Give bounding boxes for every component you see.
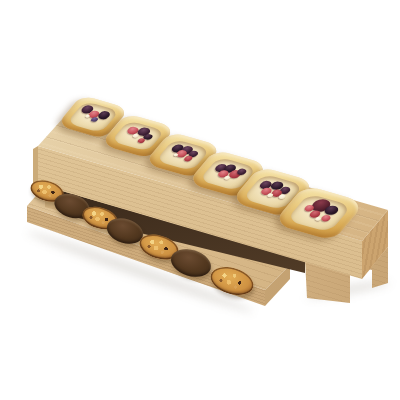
berry: [137, 137, 146, 143]
pastry-layer: [0, 0, 400, 400]
cream-dollop: [314, 216, 322, 221]
product-photo-scene: [0, 0, 400, 400]
cream-dollop: [132, 133, 140, 138]
custard-center: [286, 193, 352, 233]
cream-dollop: [223, 175, 231, 180]
custard-center: [67, 101, 119, 132]
berry: [183, 155, 194, 162]
cream-dollop: [266, 193, 274, 198]
berry: [90, 117, 99, 123]
cream-dollop: [84, 114, 90, 118]
cream-dollop: [277, 194, 286, 200]
